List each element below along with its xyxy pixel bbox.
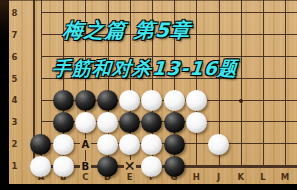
mark-X-E1: ✕	[124, 160, 136, 173]
go-lesson-frame: AB✕ ABCDEFGHJKLM 87654321 梅之篇 第5章 手筋和对杀1…	[0, 0, 297, 190]
black-stone-F3	[141, 112, 162, 133]
white-stone-E4	[119, 90, 140, 111]
white-stone-J2	[208, 134, 229, 155]
mark-A-C2: A	[80, 139, 91, 150]
white-stone-D2	[97, 134, 118, 155]
row-label-3: 3	[8, 111, 21, 133]
black-stone-D1	[97, 156, 118, 177]
white-stone-C3	[75, 112, 96, 133]
col-label-J: J	[207, 172, 229, 183]
white-stone-A1	[30, 156, 51, 177]
white-stone-E2	[119, 134, 140, 155]
black-stone-D4	[97, 90, 118, 111]
lesson-subtitle: 手筋和对杀13-16题	[51, 56, 238, 82]
lesson-title: 梅之篇 第5章	[51, 17, 203, 44]
black-stone-C4	[75, 90, 96, 111]
black-stone-G2	[164, 134, 185, 155]
row-label-2: 2	[8, 133, 21, 155]
col-label-M: M	[274, 172, 296, 183]
white-stone-B1	[53, 156, 74, 177]
white-stone-H3	[186, 112, 207, 133]
row-label-7: 7	[8, 24, 21, 46]
row-label-8: 8	[8, 2, 21, 24]
col-label-E: E	[119, 172, 141, 183]
white-stone-D3	[97, 112, 118, 133]
white-stone-B2	[53, 134, 74, 155]
black-stone-A2	[30, 134, 51, 155]
top-edge-shade	[0, 0, 297, 1]
bottom-letterbox-bar	[0, 184, 297, 190]
row-label-5: 5	[8, 68, 21, 90]
white-stone-G4	[164, 90, 185, 111]
col-label-C: C	[74, 172, 96, 183]
mark-B-C1: B	[80, 161, 91, 172]
col-label-L: L	[252, 172, 274, 183]
col-label-K: K	[230, 172, 252, 183]
black-stone-E3	[119, 112, 140, 133]
black-stone-B4	[53, 90, 74, 111]
white-stone-F2	[141, 134, 162, 155]
black-stone-B3	[53, 112, 74, 133]
col-label-H: H	[185, 172, 207, 183]
row-label-6: 6	[8, 46, 21, 68]
row-label-1: 1	[8, 155, 21, 177]
black-stone-G3	[164, 112, 185, 133]
white-stone-F4	[141, 90, 162, 111]
white-stone-F1	[141, 156, 162, 177]
row-coordinates: 87654321	[8, 2, 21, 177]
white-stone-H4	[186, 90, 207, 111]
black-stone-G1	[164, 156, 185, 177]
row-label-4: 4	[8, 90, 21, 112]
